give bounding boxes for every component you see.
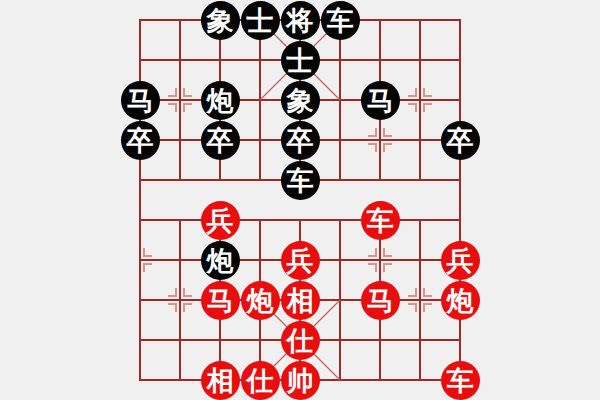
piece-red-advisor[interactable]: 仕 xyxy=(241,361,280,400)
piece-black-cannon[interactable]: 炮 xyxy=(201,81,240,120)
piece-black-chariot[interactable]: 车 xyxy=(321,1,360,40)
piece-black-soldier[interactable]: 卒 xyxy=(201,121,240,160)
piece-red-soldier[interactable]: 兵 xyxy=(281,241,320,280)
piece-red-horse[interactable]: 马 xyxy=(361,281,400,320)
piece-black-cannon[interactable]: 炮 xyxy=(201,241,240,280)
piece-red-elephant[interactable]: 相 xyxy=(201,361,240,400)
piece-black-elephant[interactable]: 象 xyxy=(281,81,320,120)
piece-black-chariot[interactable]: 车 xyxy=(281,161,320,200)
piece-red-soldier[interactable]: 兵 xyxy=(441,241,480,280)
piece-black-advisor[interactable]: 士 xyxy=(281,41,320,80)
piece-black-general[interactable]: 将 xyxy=(281,1,320,40)
piece-red-general[interactable]: 帅 xyxy=(281,361,320,400)
piece-black-soldier[interactable]: 卒 xyxy=(281,121,320,160)
piece-black-horse[interactable]: 马 xyxy=(121,81,160,120)
piece-red-soldier[interactable]: 兵 xyxy=(201,201,240,240)
piece-red-chariot[interactable]: 车 xyxy=(361,201,400,240)
piece-red-cannon[interactable]: 炮 xyxy=(241,281,280,320)
piece-red-cannon[interactable]: 炮 xyxy=(441,281,480,320)
piece-black-advisor[interactable]: 士 xyxy=(241,1,280,40)
piece-black-horse[interactable]: 马 xyxy=(361,81,400,120)
xiangqi-board-area: 象士将车士马炮象马卒卒卒卒车兵车炮兵兵马炮相马炮仕相仕帅车 xyxy=(0,0,600,400)
piece-red-horse[interactable]: 马 xyxy=(201,281,240,320)
piece-red-chariot[interactable]: 车 xyxy=(441,361,480,400)
piece-black-soldier[interactable]: 卒 xyxy=(441,121,480,160)
pieces-layer: 象士将车士马炮象马卒卒卒卒车兵车炮兵兵马炮相马炮仕相仕帅车 xyxy=(120,0,480,400)
piece-black-soldier[interactable]: 卒 xyxy=(121,121,160,160)
piece-black-elephant[interactable]: 象 xyxy=(201,1,240,40)
piece-red-elephant[interactable]: 相 xyxy=(281,281,320,320)
piece-red-advisor[interactable]: 仕 xyxy=(281,321,320,360)
